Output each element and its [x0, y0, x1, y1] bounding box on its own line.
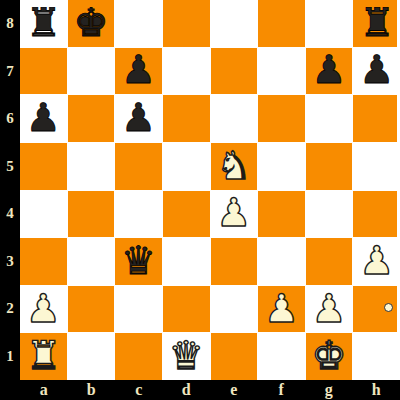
rank-labels: 87654321	[0, 0, 20, 380]
square-f2[interactable]: ♟	[258, 286, 305, 333]
square-e1[interactable]	[211, 333, 258, 380]
square-f1[interactable]	[258, 333, 305, 380]
square-h4[interactable]	[353, 191, 400, 238]
file-label-f: f	[258, 380, 306, 400]
square-a2[interactable]: ♟	[20, 286, 67, 333]
square-b8[interactable]: ♚	[68, 0, 115, 47]
file-label-h: h	[353, 380, 400, 400]
black-pawn-h7: ♟	[359, 50, 394, 89]
square-h6[interactable]	[353, 95, 400, 142]
white-pawn-e4: ♟	[216, 193, 251, 232]
file-label-d: d	[163, 380, 211, 400]
square-g8[interactable]	[306, 0, 353, 47]
rank-label-7: 7	[0, 48, 20, 96]
square-c7[interactable]: ♟	[115, 48, 162, 95]
white-knight-e5: ♞	[216, 146, 251, 185]
rank-label-4: 4	[0, 190, 20, 238]
chess-diagram: 87654321 ♜♚♜♟♟♟♟♟♞♟♛♟♟♟♟♜♛♚ abcdefgh	[0, 0, 400, 400]
square-b2[interactable]	[68, 286, 115, 333]
square-f8[interactable]	[258, 0, 305, 47]
square-c3[interactable]: ♛	[115, 238, 162, 285]
square-g7[interactable]: ♟	[306, 48, 353, 95]
square-a1[interactable]: ♜	[20, 333, 67, 380]
square-e6[interactable]	[211, 95, 258, 142]
black-pawn-a6: ♟	[26, 98, 61, 137]
square-d1[interactable]: ♛	[163, 333, 210, 380]
square-e7[interactable]	[211, 48, 258, 95]
white-to-move-indicator	[384, 303, 393, 312]
square-d6[interactable]	[163, 95, 210, 142]
square-d7[interactable]	[163, 48, 210, 95]
square-b6[interactable]	[68, 95, 115, 142]
square-g1[interactable]: ♚	[306, 333, 353, 380]
square-f7[interactable]	[258, 48, 305, 95]
white-pawn-g2: ♟	[312, 289, 347, 328]
white-pawn-a2: ♟	[26, 289, 61, 328]
square-g3[interactable]	[306, 238, 353, 285]
square-c2[interactable]	[115, 286, 162, 333]
square-b3[interactable]	[68, 238, 115, 285]
black-rook-h8: ♜	[359, 3, 394, 42]
black-pawn-g7: ♟	[312, 50, 347, 89]
square-b7[interactable]	[68, 48, 115, 95]
square-f6[interactable]	[258, 95, 305, 142]
square-d4[interactable]	[163, 191, 210, 238]
rank-label-6: 6	[0, 95, 20, 143]
square-a3[interactable]	[20, 238, 67, 285]
square-h7[interactable]: ♟	[353, 48, 400, 95]
black-pawn-c6: ♟	[121, 98, 156, 137]
black-rook-a8: ♜	[26, 3, 61, 42]
square-e8[interactable]	[211, 0, 258, 47]
square-h3[interactable]: ♟	[353, 238, 400, 285]
square-c5[interactable]	[115, 143, 162, 190]
rank-label-8: 8	[0, 0, 20, 48]
white-pawn-f2: ♟	[264, 289, 299, 328]
square-a6[interactable]: ♟	[20, 95, 67, 142]
square-b5[interactable]	[68, 143, 115, 190]
square-c4[interactable]	[115, 191, 162, 238]
file-label-g: g	[305, 380, 353, 400]
white-king-g1: ♚	[312, 336, 347, 375]
black-king-b8: ♚	[73, 3, 108, 42]
square-f3[interactable]	[258, 238, 305, 285]
chess-board: ♜♚♜♟♟♟♟♟♞♟♛♟♟♟♟♜♛♚	[20, 0, 400, 380]
square-g6[interactable]	[306, 95, 353, 142]
file-label-c: c	[115, 380, 163, 400]
square-e2[interactable]	[211, 286, 258, 333]
square-e4[interactable]: ♟	[211, 191, 258, 238]
rank-label-3: 3	[0, 238, 20, 286]
black-pawn-c7: ♟	[121, 50, 156, 89]
rank-label-1: 1	[0, 333, 20, 381]
square-h2[interactable]	[353, 286, 400, 333]
square-a7[interactable]	[20, 48, 67, 95]
square-c6[interactable]: ♟	[115, 95, 162, 142]
square-b4[interactable]	[68, 191, 115, 238]
white-pawn-h3: ♟	[359, 241, 394, 280]
file-label-e: e	[210, 380, 258, 400]
square-d3[interactable]	[163, 238, 210, 285]
square-f5[interactable]	[258, 143, 305, 190]
rank-label-2: 2	[0, 285, 20, 333]
black-queen-c3: ♛	[121, 241, 156, 280]
square-a8[interactable]: ♜	[20, 0, 67, 47]
file-label-b: b	[68, 380, 116, 400]
square-a5[interactable]	[20, 143, 67, 190]
square-f4[interactable]	[258, 191, 305, 238]
square-c1[interactable]	[115, 333, 162, 380]
square-h5[interactable]	[353, 143, 400, 190]
file-labels: abcdefgh	[20, 380, 400, 400]
square-d5[interactable]	[163, 143, 210, 190]
rank-label-5: 5	[0, 143, 20, 191]
file-label-a: a	[20, 380, 68, 400]
white-rook-a1: ♜	[26, 336, 61, 375]
square-g2[interactable]: ♟	[306, 286, 353, 333]
square-h1[interactable]	[353, 333, 400, 380]
square-e5[interactable]: ♞	[211, 143, 258, 190]
square-e3[interactable]	[211, 238, 258, 285]
white-queen-d1: ♛	[169, 336, 204, 375]
square-d8[interactable]	[163, 0, 210, 47]
square-g4[interactable]	[306, 191, 353, 238]
square-g5[interactable]	[306, 143, 353, 190]
square-b1[interactable]	[68, 333, 115, 380]
square-c8[interactable]	[115, 0, 162, 47]
square-h8[interactable]: ♜	[353, 0, 400, 47]
square-d2[interactable]	[163, 286, 210, 333]
square-a4[interactable]	[20, 191, 67, 238]
